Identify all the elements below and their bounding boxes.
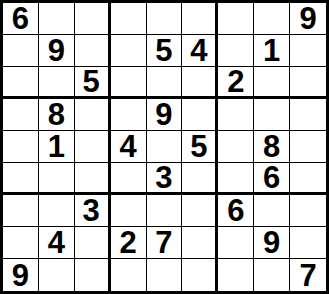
cell-r4c2[interactable]: 8 xyxy=(39,99,75,131)
cell-r2c5[interactable]: 5 xyxy=(147,35,183,67)
cell-r6c3[interactable] xyxy=(75,163,111,195)
cell-r6c8[interactable]: 6 xyxy=(254,163,290,195)
cell-r7c4[interactable] xyxy=(111,195,147,227)
cell-r5c6[interactable]: 5 xyxy=(182,131,218,163)
cell-r2c9[interactable] xyxy=(290,35,326,67)
cell-r7c1[interactable] xyxy=(3,195,39,227)
cell-r5c8[interactable]: 8 xyxy=(254,131,290,163)
cell-r4c9[interactable] xyxy=(290,99,326,131)
cell-r2c8[interactable]: 1 xyxy=(254,35,290,67)
cell-r1c7[interactable] xyxy=(218,3,254,35)
cell-r5c7[interactable] xyxy=(218,131,254,163)
cell-r8c4[interactable]: 2 xyxy=(111,227,147,259)
cell-r5c1[interactable] xyxy=(3,131,39,163)
cell-r7c7[interactable]: 6 xyxy=(218,195,254,227)
cell-r2c7[interactable] xyxy=(218,35,254,67)
cell-r1c4[interactable] xyxy=(111,3,147,35)
cell-r8c8[interactable]: 9 xyxy=(254,227,290,259)
cell-r5c2[interactable]: 1 xyxy=(39,131,75,163)
cell-r1c5[interactable] xyxy=(147,3,183,35)
cell-r1c2[interactable] xyxy=(39,3,75,35)
cell-r4c6[interactable] xyxy=(182,99,218,131)
cell-r8c1[interactable] xyxy=(3,227,39,259)
cell-r3c9[interactable] xyxy=(290,67,326,99)
cell-r4c1[interactable] xyxy=(3,99,39,131)
cell-r6c7[interactable] xyxy=(218,163,254,195)
cell-r6c5[interactable]: 3 xyxy=(147,163,183,195)
cell-r3c3[interactable]: 5 xyxy=(75,67,111,99)
cell-r9c1[interactable]: 9 xyxy=(3,259,39,291)
cell-r8c2[interactable]: 4 xyxy=(39,227,75,259)
cell-r9c4[interactable] xyxy=(111,259,147,291)
cell-r2c2[interactable]: 9 xyxy=(39,35,75,67)
cell-r6c6[interactable] xyxy=(182,163,218,195)
cell-r6c2[interactable] xyxy=(39,163,75,195)
cell-r5c5[interactable] xyxy=(147,131,183,163)
cell-r4c3[interactable] xyxy=(75,99,111,131)
cell-r6c1[interactable] xyxy=(3,163,39,195)
cell-r8c9[interactable] xyxy=(290,227,326,259)
cell-r2c3[interactable] xyxy=(75,35,111,67)
cell-r6c9[interactable] xyxy=(290,163,326,195)
cell-r9c5[interactable] xyxy=(147,259,183,291)
cell-r9c6[interactable] xyxy=(182,259,218,291)
cell-r2c1[interactable] xyxy=(3,35,39,67)
cell-r8c3[interactable] xyxy=(75,227,111,259)
cell-r7c2[interactable] xyxy=(39,195,75,227)
cell-r4c8[interactable] xyxy=(254,99,290,131)
cell-r9c9[interactable]: 7 xyxy=(290,259,326,291)
cell-r1c6[interactable] xyxy=(182,3,218,35)
cell-r8c5[interactable]: 7 xyxy=(147,227,183,259)
cell-r3c7[interactable]: 2 xyxy=(218,67,254,99)
cell-r3c8[interactable] xyxy=(254,67,290,99)
cell-r3c2[interactable] xyxy=(39,67,75,99)
cell-r9c3[interactable] xyxy=(75,259,111,291)
cell-r7c6[interactable] xyxy=(182,195,218,227)
cell-r8c7[interactable] xyxy=(218,227,254,259)
cell-r7c3[interactable]: 3 xyxy=(75,195,111,227)
sudoku-board: 699541528914583636427997 xyxy=(0,0,329,294)
cell-r9c7[interactable] xyxy=(218,259,254,291)
cell-r7c8[interactable] xyxy=(254,195,290,227)
cell-r4c7[interactable] xyxy=(218,99,254,131)
cell-r5c4[interactable]: 4 xyxy=(111,131,147,163)
cell-r1c9[interactable]: 9 xyxy=(290,3,326,35)
cell-r7c5[interactable] xyxy=(147,195,183,227)
cell-r1c8[interactable] xyxy=(254,3,290,35)
cell-r4c4[interactable] xyxy=(111,99,147,131)
cell-r8c6[interactable] xyxy=(182,227,218,259)
cell-r6c4[interactable] xyxy=(111,163,147,195)
cell-r9c8[interactable] xyxy=(254,259,290,291)
cell-r3c1[interactable] xyxy=(3,67,39,99)
cell-r1c1[interactable]: 6 xyxy=(3,3,39,35)
cell-r2c4[interactable] xyxy=(111,35,147,67)
cell-r2c6[interactable]: 4 xyxy=(182,35,218,67)
cell-r3c6[interactable] xyxy=(182,67,218,99)
cell-r3c4[interactable] xyxy=(111,67,147,99)
cell-r9c2[interactable] xyxy=(39,259,75,291)
cell-r5c3[interactable] xyxy=(75,131,111,163)
cell-r4c5[interactable]: 9 xyxy=(147,99,183,131)
cell-r7c9[interactable] xyxy=(290,195,326,227)
cell-r5c9[interactable] xyxy=(290,131,326,163)
cell-r1c3[interactable] xyxy=(75,3,111,35)
cell-r3c5[interactable] xyxy=(147,67,183,99)
